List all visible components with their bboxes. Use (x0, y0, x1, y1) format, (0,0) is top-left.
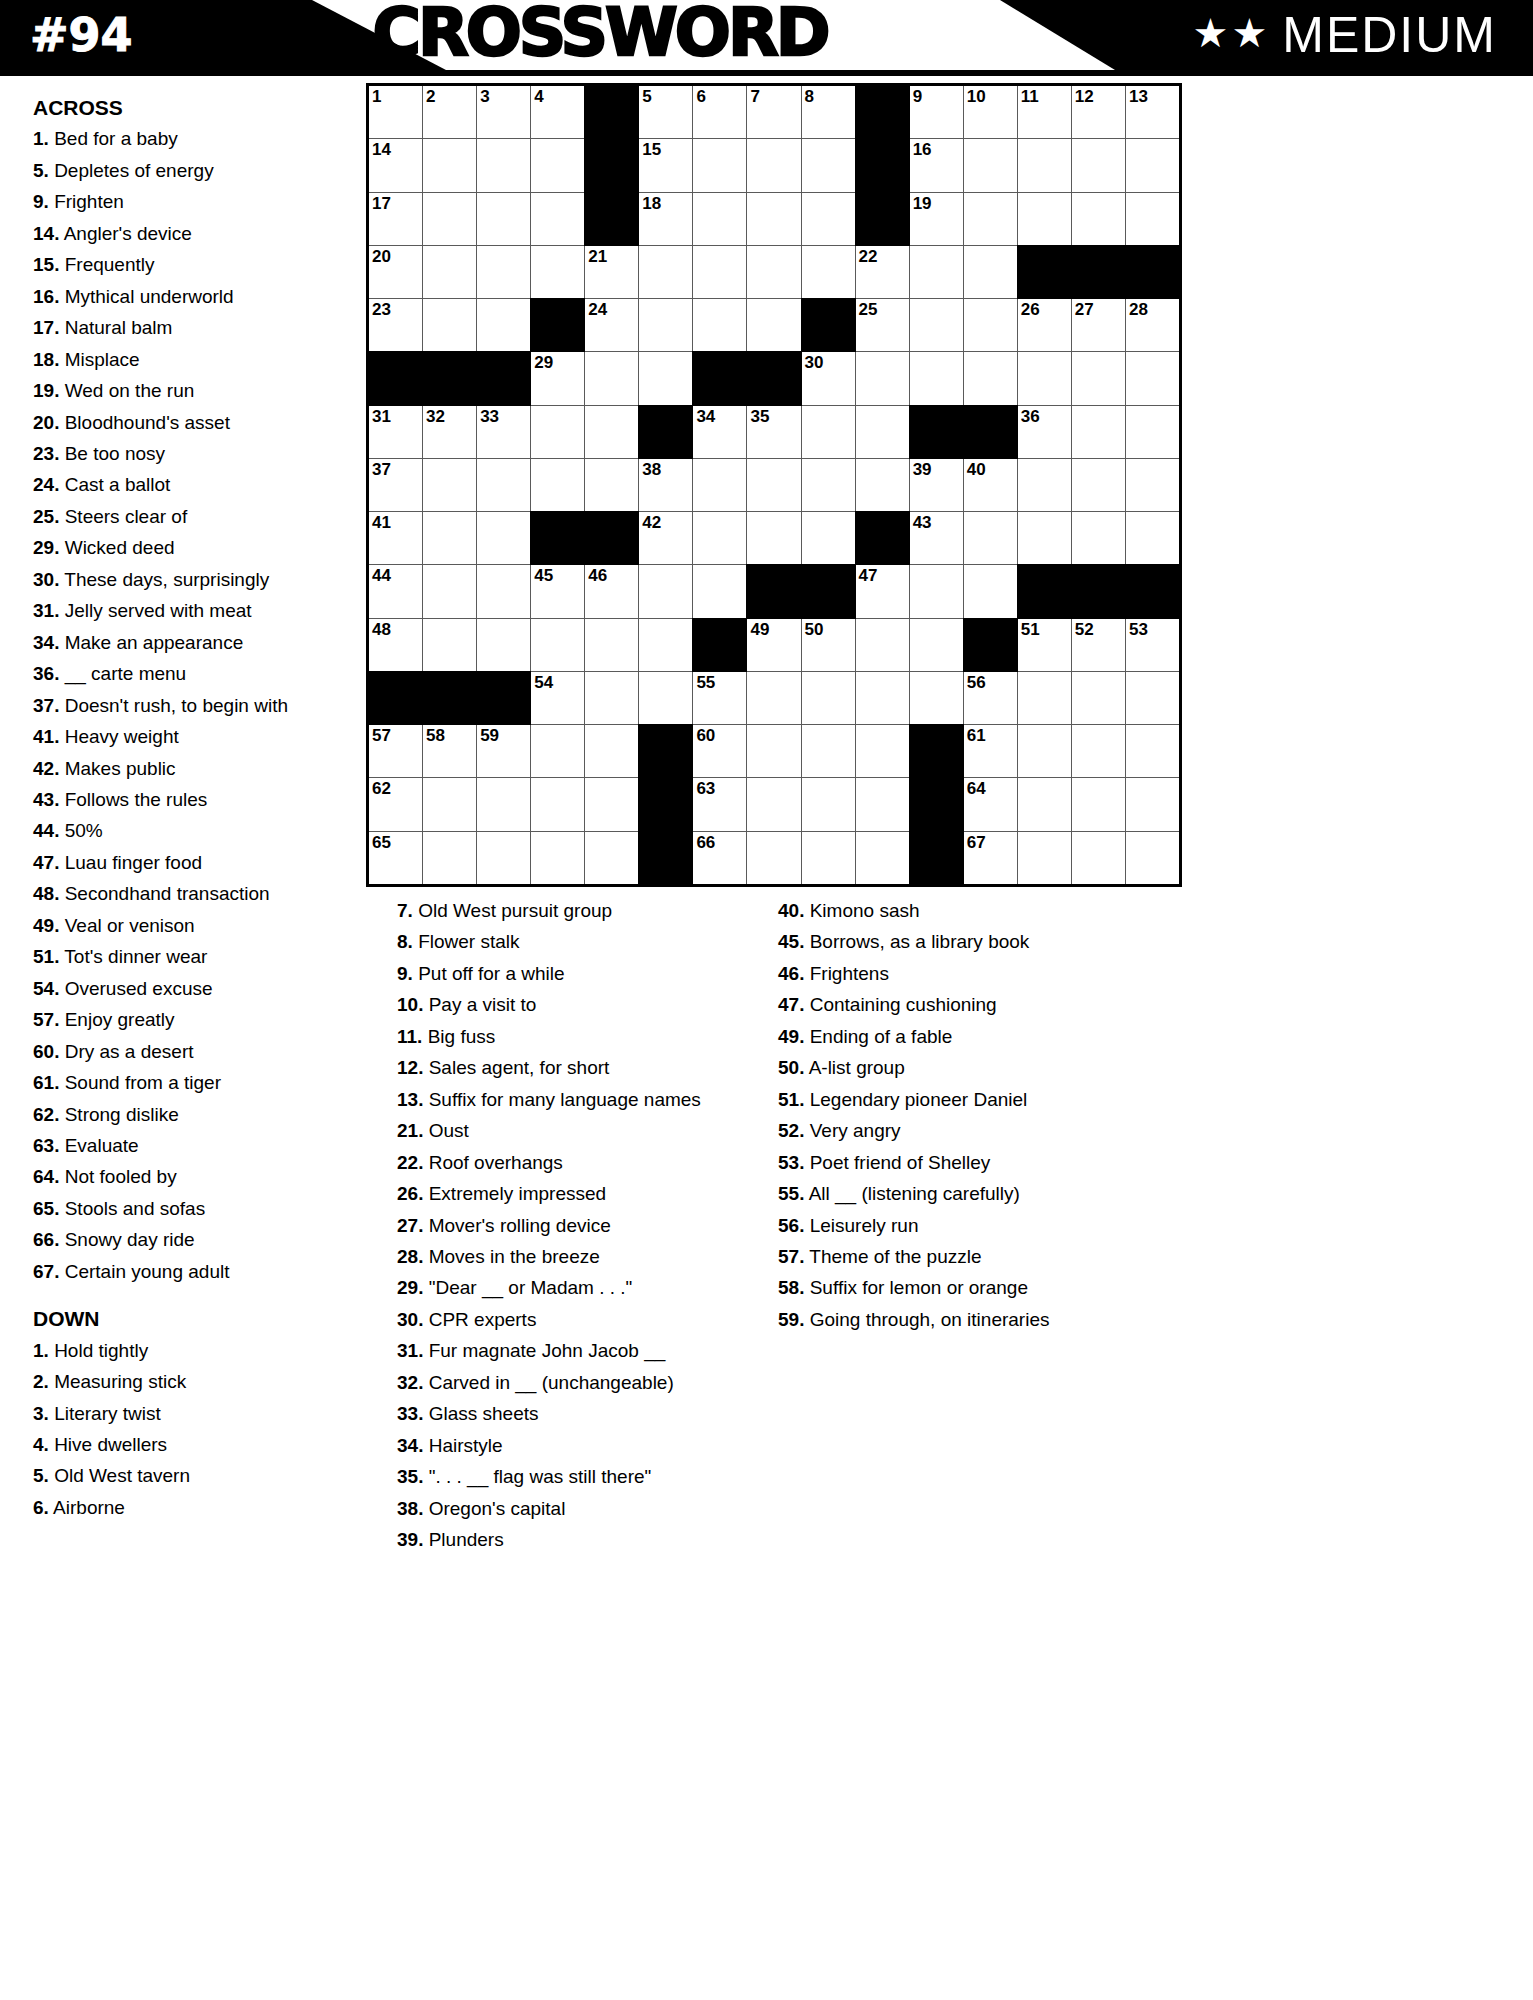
grid-cell[interactable] (585, 406, 638, 458)
clue-number: 20. (33, 412, 59, 433)
grid-cell[interactable]: 66 (693, 832, 746, 884)
grid-cell[interactable] (477, 139, 530, 191)
down-clue-list-middle: 7. Old West pursuit group8. Flower stalk… (397, 895, 701, 1556)
grid-cell[interactable] (910, 565, 963, 617)
clue-text: Very angry (804, 1120, 900, 1141)
grid-cell[interactable]: 7 (747, 86, 800, 138)
down-clues-column-middle: 7. Old West pursuit group8. Flower stalk… (397, 895, 701, 1556)
grid-cell[interactable] (747, 246, 800, 298)
cell-number: 39 (913, 460, 932, 480)
clue-number: 37. (33, 695, 59, 716)
grid-cell[interactable]: 39 (910, 459, 963, 511)
grid-cell[interactable]: 58 (423, 725, 476, 777)
cell-number: 41 (372, 513, 391, 533)
grid-cell[interactable] (531, 406, 584, 458)
grid-cell[interactable]: 6 (693, 86, 746, 138)
grid-cell[interactable] (1018, 512, 1071, 564)
clue-text: Plunders (423, 1529, 503, 1550)
grid-cell[interactable] (585, 459, 638, 511)
grid-cell[interactable]: 1 (369, 86, 422, 138)
clue-number: 19. (33, 380, 59, 401)
cell-number: 19 (913, 194, 932, 214)
grid-cell[interactable]: 56 (964, 672, 1017, 724)
black-cell (910, 832, 963, 884)
grid-cell[interactable] (802, 246, 855, 298)
grid-cell[interactable] (1018, 352, 1071, 404)
grid-cell[interactable] (1018, 139, 1071, 191)
grid-cell[interactable] (423, 512, 476, 564)
grid-cell[interactable] (639, 352, 692, 404)
grid-cell[interactable] (747, 459, 800, 511)
clue-item: 65. Stools and sofas (33, 1193, 288, 1224)
grid-cell[interactable]: 55 (693, 672, 746, 724)
grid-cell[interactable]: 28 (1126, 299, 1179, 351)
cell-number: 3 (480, 87, 489, 107)
grid-cell[interactable] (1072, 459, 1125, 511)
black-cell (1072, 565, 1125, 617)
cell-number: 34 (696, 407, 715, 427)
grid-cell[interactable] (910, 672, 963, 724)
clue-number: 13. (397, 1089, 423, 1110)
clue-text: Borrows, as a library book (804, 931, 1029, 952)
grid-cell[interactable] (1126, 352, 1179, 404)
clue-text: Dry as a desert (59, 1041, 193, 1062)
header-bar: #94 CROSSWORD ★★ MEDIUM (0, 0, 1533, 76)
grid-cell[interactable] (802, 406, 855, 458)
grid-cell[interactable]: 62 (369, 778, 422, 830)
grid-cell[interactable]: 25 (856, 299, 909, 351)
grid-cell[interactable] (747, 778, 800, 830)
grid-cell[interactable] (531, 246, 584, 298)
cell-number: 23 (372, 300, 391, 320)
clue-item: 11. Big fuss (397, 1021, 701, 1052)
grid-cell[interactable] (531, 725, 584, 777)
grid-cell[interactable]: 31 (369, 406, 422, 458)
clue-text: Certain young adult (59, 1261, 229, 1282)
grid-cell[interactable] (1072, 832, 1125, 884)
grid-cell[interactable]: 14 (369, 139, 422, 191)
grid-cell[interactable]: 67 (964, 832, 1017, 884)
across-title: ACROSS (33, 92, 288, 123)
cell-number: 13 (1129, 87, 1148, 107)
clue-number: 1. (33, 128, 49, 149)
grid-cell[interactable]: 41 (369, 512, 422, 564)
clue-item: 5. Depletes of energy (33, 155, 288, 186)
difficulty-stars-icon: ★★ (1193, 13, 1271, 53)
grid-cell[interactable] (964, 139, 1017, 191)
grid-cell[interactable] (856, 352, 909, 404)
cell-number: 51 (1021, 620, 1040, 640)
grid-cell[interactable] (1126, 406, 1179, 458)
clue-text: Going through, on itineraries (804, 1309, 1049, 1330)
grid-cell[interactable]: 63 (693, 778, 746, 830)
grid-cell[interactable]: 33 (477, 406, 530, 458)
grid-cell[interactable]: 50 (802, 619, 855, 671)
clue-number: 31. (33, 600, 59, 621)
grid-cell[interactable] (477, 619, 530, 671)
grid-cell[interactable] (477, 778, 530, 830)
grid-cell[interactable] (477, 299, 530, 351)
grid-cell[interactable] (964, 512, 1017, 564)
grid-cell[interactable]: 44 (369, 565, 422, 617)
cell-number: 16 (913, 140, 932, 160)
grid-cell[interactable] (1072, 193, 1125, 245)
grid-cell[interactable] (856, 672, 909, 724)
black-cell (639, 725, 692, 777)
grid-cell[interactable] (802, 193, 855, 245)
clue-item: 46. Frightens (778, 958, 1049, 989)
clue-number: 62. (33, 1104, 59, 1125)
grid-cell[interactable]: 46 (585, 565, 638, 617)
grid-cell[interactable] (747, 832, 800, 884)
grid-cell[interactable] (477, 832, 530, 884)
grid-cell[interactable]: 21 (585, 246, 638, 298)
clue-text: Strong dislike (59, 1104, 178, 1125)
black-cell (1126, 565, 1179, 617)
grid-cell[interactable] (910, 619, 963, 671)
grid-cell[interactable] (1126, 778, 1179, 830)
grid-cell[interactable] (1072, 139, 1125, 191)
grid-cell[interactable] (802, 725, 855, 777)
grid-cell[interactable] (1126, 459, 1179, 511)
grid-cell[interactable]: 37 (369, 459, 422, 511)
cell-number: 29 (534, 353, 553, 373)
clue-item: 64. Not fooled by (33, 1161, 288, 1192)
grid-cell[interactable] (747, 672, 800, 724)
grid-cell[interactable]: 10 (964, 86, 1017, 138)
clue-item: 58. Suffix for lemon or orange (778, 1272, 1049, 1303)
grid-cell[interactable] (585, 832, 638, 884)
clue-item: 59. Going through, on itineraries (778, 1304, 1049, 1335)
clue-number: 28. (397, 1246, 423, 1267)
grid-cell[interactable]: 61 (964, 725, 1017, 777)
grid-cell[interactable] (1018, 459, 1071, 511)
clue-text: Hive dwellers (49, 1434, 167, 1455)
grid-cell[interactable] (1018, 193, 1071, 245)
grid-cell[interactable] (1072, 406, 1125, 458)
grid-cell[interactable] (693, 299, 746, 351)
grid-cell[interactable]: 34 (693, 406, 746, 458)
grid-cell[interactable] (856, 406, 909, 458)
grid-cell[interactable]: 5 (639, 86, 692, 138)
across-clue-list: 1. Bed for a baby5. Depletes of energy9.… (33, 123, 288, 1287)
grid-cell[interactable] (1072, 672, 1125, 724)
clue-number: 49. (33, 915, 59, 936)
grid-cell[interactable] (910, 246, 963, 298)
cell-number: 58 (426, 726, 445, 746)
grid-cell[interactable]: 12 (1072, 86, 1125, 138)
grid-cell[interactable]: 15 (639, 139, 692, 191)
cell-number: 48 (372, 620, 391, 640)
clue-number: 14. (33, 223, 59, 244)
grid-cell[interactable] (639, 672, 692, 724)
clue-number: 17. (33, 317, 59, 338)
clue-item: 40. Kimono sash (778, 895, 1049, 926)
grid-cell[interactable]: 43 (910, 512, 963, 564)
grid-cell[interactable] (856, 725, 909, 777)
grid-cell[interactable]: 52 (1072, 619, 1125, 671)
grid-cell[interactable]: 8 (802, 86, 855, 138)
grid-cell[interactable]: 40 (964, 459, 1017, 511)
cell-number: 4 (534, 87, 543, 107)
clue-number: 23. (33, 443, 59, 464)
grid-cell[interactable] (1126, 725, 1179, 777)
clue-text: __ carte menu (59, 663, 186, 684)
grid-cell[interactable] (1072, 512, 1125, 564)
grid-cell[interactable] (964, 299, 1017, 351)
grid-cell[interactable]: 11 (1018, 86, 1071, 138)
clue-item: 34. Make an appearance (33, 627, 288, 658)
grid-cell[interactable]: 53 (1126, 619, 1179, 671)
cell-number: 47 (859, 566, 878, 586)
cell-number: 56 (967, 673, 986, 693)
grid-cell[interactable]: 36 (1018, 406, 1071, 458)
grid-cell[interactable] (856, 832, 909, 884)
grid-cell[interactable] (747, 512, 800, 564)
cell-number: 5 (642, 87, 651, 107)
grid-cell[interactable] (1018, 672, 1071, 724)
grid-cell[interactable] (693, 246, 746, 298)
page-title: CROSSWORD (373, 0, 828, 70)
grid-cell[interactable] (693, 512, 746, 564)
grid-cell[interactable]: 19 (910, 193, 963, 245)
grid-cell[interactable]: 17 (369, 193, 422, 245)
grid-cell[interactable]: 27 (1072, 299, 1125, 351)
grid-cell[interactable]: 20 (369, 246, 422, 298)
grid-cell[interactable] (964, 246, 1017, 298)
grid-cell[interactable]: 23 (369, 299, 422, 351)
clue-item: 5. Old West tavern (33, 1460, 288, 1491)
black-cell (531, 512, 584, 564)
grid-cell[interactable] (423, 139, 476, 191)
grid-cell[interactable] (1126, 512, 1179, 564)
grid-cell[interactable] (585, 725, 638, 777)
grid-cell[interactable]: 49 (747, 619, 800, 671)
grid-cell[interactable]: 35 (747, 406, 800, 458)
clue-number: 47. (33, 852, 59, 873)
clue-item: 51. Legendary pioneer Daniel (778, 1084, 1049, 1115)
grid-cell[interactable] (856, 778, 909, 830)
grid-cell[interactable] (856, 619, 909, 671)
grid-cell[interactable] (802, 778, 855, 830)
cell-number: 50 (805, 620, 824, 640)
clue-item: 9. Put off for a while (397, 958, 701, 989)
clue-text: Legendary pioneer Daniel (804, 1089, 1027, 1110)
clue-item: 20. Bloodhound's asset (33, 407, 288, 438)
grid-cell[interactable]: 59 (477, 725, 530, 777)
grid-cell[interactable] (477, 459, 530, 511)
black-cell (802, 299, 855, 351)
cell-number: 22 (859, 247, 878, 267)
clue-text: Bloodhound's asset (59, 412, 230, 433)
clue-item: 21. Oust (397, 1115, 701, 1146)
clue-item: 54. Overused excuse (33, 973, 288, 1004)
grid-cell[interactable] (423, 619, 476, 671)
grid-cell[interactable] (747, 139, 800, 191)
grid-cell[interactable] (585, 672, 638, 724)
grid-cell[interactable] (423, 299, 476, 351)
grid-cell[interactable] (477, 512, 530, 564)
grid-cell[interactable] (802, 459, 855, 511)
clue-number: 46. (778, 963, 804, 984)
grid-cell[interactable]: 60 (693, 725, 746, 777)
grid-cell[interactable]: 13 (1126, 86, 1179, 138)
grid-cell[interactable] (423, 565, 476, 617)
grid-cell[interactable]: 38 (639, 459, 692, 511)
clue-number: 3. (33, 1403, 49, 1424)
grid-cell[interactable] (585, 352, 638, 404)
grid-cell[interactable] (477, 246, 530, 298)
grid-cell[interactable]: 32 (423, 406, 476, 458)
grid-cell[interactable] (1126, 139, 1179, 191)
clue-item: 62. Strong dislike (33, 1099, 288, 1130)
grid-cell[interactable]: 16 (910, 139, 963, 191)
grid-cell[interactable]: 45 (531, 565, 584, 617)
clue-text: Measuring stick (49, 1371, 186, 1392)
clue-text: Poet friend of Shelley (804, 1152, 990, 1173)
grid-cell[interactable]: 64 (964, 778, 1017, 830)
grid-cell[interactable] (477, 565, 530, 617)
grid-cell[interactable] (910, 352, 963, 404)
grid-cell[interactable] (964, 193, 1017, 245)
grid-cell[interactable] (1126, 832, 1179, 884)
black-cell (693, 619, 746, 671)
grid-cell[interactable] (856, 459, 909, 511)
grid-cell[interactable] (639, 299, 692, 351)
grid-cell[interactable]: 9 (910, 86, 963, 138)
grid-cell[interactable]: 29 (531, 352, 584, 404)
cell-number: 57 (372, 726, 391, 746)
clue-number: 63. (33, 1135, 59, 1156)
grid-cell[interactable] (531, 193, 584, 245)
cell-number: 18 (642, 194, 661, 214)
grid-cell[interactable] (531, 139, 584, 191)
grid-cell[interactable] (693, 139, 746, 191)
grid-cell[interactable] (423, 193, 476, 245)
clue-text: Not fooled by (59, 1166, 176, 1187)
black-cell (856, 86, 909, 138)
grid-cell[interactable] (1126, 672, 1179, 724)
clue-number: 60. (33, 1041, 59, 1062)
clue-item: 44. 50% (33, 815, 288, 846)
cell-number: 62 (372, 779, 391, 799)
grid-cell[interactable]: 4 (531, 86, 584, 138)
clue-number: 15. (33, 254, 59, 275)
grid-cell[interactable]: 47 (856, 565, 909, 617)
grid-cell[interactable] (747, 193, 800, 245)
grid-cell[interactable]: 26 (1018, 299, 1071, 351)
grid-cell[interactable] (802, 512, 855, 564)
grid-cell[interactable] (1018, 725, 1071, 777)
grid-cell[interactable]: 42 (639, 512, 692, 564)
grid-cell[interactable] (1018, 832, 1071, 884)
grid-cell[interactable] (747, 725, 800, 777)
grid-cell[interactable] (747, 299, 800, 351)
grid-cell[interactable]: 57 (369, 725, 422, 777)
grid-cell[interactable] (1072, 725, 1125, 777)
grid-cell[interactable] (1018, 778, 1071, 830)
grid-cell[interactable] (423, 832, 476, 884)
grid-cell[interactable]: 3 (477, 86, 530, 138)
grid-cell[interactable] (1126, 193, 1179, 245)
black-cell (856, 193, 909, 245)
black-cell (856, 512, 909, 564)
grid-cell[interactable] (531, 459, 584, 511)
cell-number: 26 (1021, 300, 1040, 320)
black-cell (423, 672, 476, 724)
clue-number: 64. (33, 1166, 59, 1187)
grid-cell[interactable] (693, 193, 746, 245)
grid-cell[interactable] (531, 832, 584, 884)
clue-item: 57. Theme of the puzzle (778, 1241, 1049, 1272)
clue-text: Misplace (59, 349, 139, 370)
grid-cell[interactable] (1072, 352, 1125, 404)
clue-text: Doesn't rush, to begin with (59, 695, 288, 716)
grid-cell[interactable] (423, 778, 476, 830)
grid-cell[interactable]: 65 (369, 832, 422, 884)
grid-cell[interactable] (423, 459, 476, 511)
clue-number: 39. (397, 1529, 423, 1550)
clue-item: 47. Luau finger food (33, 847, 288, 878)
grid-cell[interactable]: 54 (531, 672, 584, 724)
grid-cell[interactable] (639, 246, 692, 298)
grid-cell[interactable]: 22 (856, 246, 909, 298)
clue-text: Frighten (49, 191, 124, 212)
grid-cell[interactable] (1072, 778, 1125, 830)
grid-cell[interactable]: 2 (423, 86, 476, 138)
clue-number: 47. (778, 994, 804, 1015)
grid-cell[interactable] (423, 246, 476, 298)
grid-cell[interactable] (585, 619, 638, 671)
clue-item: 28. Moves in the breeze (397, 1241, 701, 1272)
grid-cell[interactable] (693, 565, 746, 617)
black-cell (1072, 246, 1125, 298)
grid-cell[interactable] (477, 193, 530, 245)
black-cell (639, 778, 692, 830)
grid-cell[interactable] (585, 778, 638, 830)
black-cell (1018, 565, 1071, 617)
clue-text: Tot's dinner wear (59, 946, 207, 967)
grid-cell[interactable] (639, 565, 692, 617)
grid-cell[interactable]: 48 (369, 619, 422, 671)
clue-item: 36. __ carte menu (33, 658, 288, 689)
grid-cell[interactable] (531, 778, 584, 830)
grid-cell[interactable] (802, 832, 855, 884)
clue-item: 41. Heavy weight (33, 721, 288, 752)
grid-cell[interactable] (802, 672, 855, 724)
clue-text: Frequently (59, 254, 154, 275)
grid-cell[interactable] (910, 299, 963, 351)
grid-cell[interactable]: 24 (585, 299, 638, 351)
cell-number: 15 (642, 140, 661, 160)
grid-cell[interactable] (531, 619, 584, 671)
grid-cell[interactable] (964, 352, 1017, 404)
grid-cell[interactable]: 18 (639, 193, 692, 245)
grid-cell[interactable] (693, 459, 746, 511)
clue-item: 38. Oregon's capital (397, 1493, 701, 1524)
clue-item: 49. Veal or venison (33, 910, 288, 941)
clue-text: Make an appearance (59, 632, 243, 653)
grid-cell[interactable] (964, 565, 1017, 617)
grid-cell[interactable] (639, 619, 692, 671)
grid-cell[interactable] (802, 139, 855, 191)
clue-text: Containing cushioning (804, 994, 996, 1015)
grid-cell[interactable]: 30 (802, 352, 855, 404)
clue-number: 58. (778, 1277, 804, 1298)
grid-cell[interactable]: 51 (1018, 619, 1071, 671)
clue-text: Put off for a while (413, 963, 565, 984)
clue-text: A-list group (804, 1057, 904, 1078)
